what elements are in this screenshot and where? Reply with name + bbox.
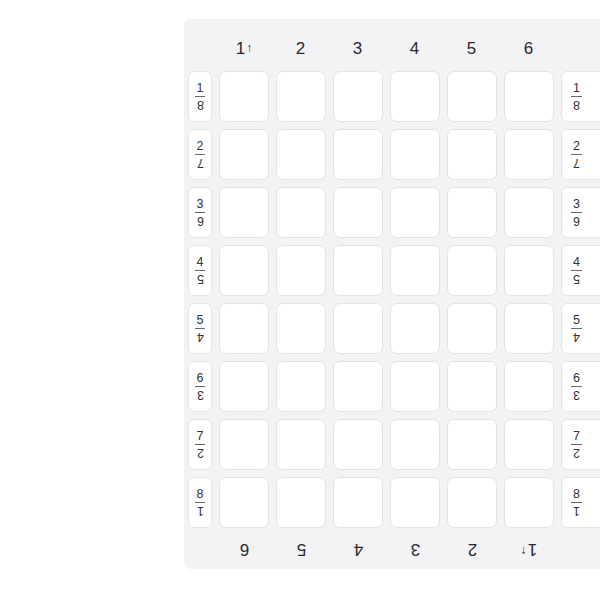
row-number-near: 1 — [571, 81, 582, 97]
row-number-near: 7 — [195, 429, 206, 445]
cell-r1-c4[interactable] — [390, 71, 440, 122]
cell-r6-c5[interactable] — [447, 361, 497, 412]
row-number-far-upside-down: 5 — [571, 272, 582, 286]
cell-r5-c2[interactable] — [276, 303, 326, 354]
column-header-bottom-5: 5 — [276, 535, 326, 565]
cell-r4-c1[interactable] — [219, 245, 269, 296]
cell-r8-c2[interactable] — [276, 477, 326, 528]
row-number-far-upside-down: 8 — [195, 98, 206, 112]
cell-r7-c3[interactable] — [333, 419, 383, 470]
row-label-fraction: 45 — [195, 255, 206, 287]
row-number-far-upside-down: 3 — [195, 388, 206, 402]
cell-r1-c1[interactable] — [219, 71, 269, 122]
row-label-right-8: 81 — [561, 477, 600, 528]
column-number: 5 — [297, 542, 306, 559]
row-label-fraction: 18 — [195, 81, 206, 113]
game-board: 1↑23456181827273636454554546363727281816… — [184, 19, 600, 569]
column-number: 1 — [528, 542, 537, 559]
cell-r6-c6[interactable] — [504, 361, 554, 412]
row-label-left-2: 27 — [188, 129, 212, 180]
cell-r4-c5[interactable] — [447, 245, 497, 296]
column-header-bottom-6: 6 — [219, 535, 269, 565]
row-number-far-upside-down: 1 — [195, 504, 206, 518]
column-number: 4 — [354, 542, 363, 559]
column-number: 4 — [410, 40, 419, 57]
column-header-2: 2 — [276, 19, 326, 64]
column-number: 3 — [353, 40, 362, 57]
row-number-near: 4 — [571, 255, 582, 271]
row-number-far-upside-down: 2 — [571, 446, 582, 460]
row-label-fraction: 45 — [571, 255, 582, 287]
column-header-bottom-1: 1↑ — [504, 535, 554, 565]
cell-r3-c2[interactable] — [276, 187, 326, 238]
row-label-left-8: 81 — [188, 477, 212, 528]
cell-r7-c5[interactable] — [447, 419, 497, 470]
row-number-near: 6 — [571, 371, 582, 387]
row-number-far-upside-down: 1 — [571, 504, 582, 518]
row-number-near: 2 — [195, 139, 206, 155]
cell-r6-c1[interactable] — [219, 361, 269, 412]
row-label-fraction: 81 — [195, 487, 206, 519]
column-number: 6 — [524, 40, 533, 57]
row-number-far-upside-down: 6 — [195, 214, 206, 228]
row-number-near: 6 — [195, 371, 206, 387]
cell-r6-c2[interactable] — [276, 361, 326, 412]
cell-r2-c1[interactable] — [219, 129, 269, 180]
row-label-right-2: 27 — [561, 129, 600, 180]
row-number-near: 8 — [571, 487, 582, 503]
column-number: 2 — [296, 40, 305, 57]
row-number-near: 7 — [571, 429, 582, 445]
cell-r6-c3[interactable] — [333, 361, 383, 412]
row-label-right-5: 54 — [561, 303, 600, 354]
row-label-fraction: 27 — [195, 139, 206, 171]
cell-r2-c4[interactable] — [390, 129, 440, 180]
column-header-5: 5 — [447, 19, 497, 64]
row-label-right-3: 36 — [561, 187, 600, 238]
column-header-4: 4 — [390, 19, 440, 64]
cell-r2-c2[interactable] — [276, 129, 326, 180]
column-number: 1 — [236, 40, 245, 57]
row-number-far-upside-down: 7 — [195, 156, 206, 170]
row-label-fraction: 72 — [195, 429, 206, 461]
cell-r3-c6[interactable] — [504, 187, 554, 238]
row-label-fraction: 54 — [195, 313, 206, 345]
cell-r7-c6[interactable] — [504, 419, 554, 470]
row-number-near: 2 — [571, 139, 582, 155]
row-number-near: 8 — [195, 487, 206, 503]
cell-r7-c2[interactable] — [276, 419, 326, 470]
cell-r1-c5[interactable] — [447, 71, 497, 122]
cell-r8-c5[interactable] — [447, 477, 497, 528]
row-label-fraction: 27 — [571, 139, 582, 171]
cell-r4-c6[interactable] — [504, 245, 554, 296]
column-header-6: 6 — [504, 19, 554, 64]
cell-r4-c2[interactable] — [276, 245, 326, 296]
column-header-1: 1↑ — [219, 19, 269, 64]
row-number-far-upside-down: 2 — [195, 446, 206, 460]
cell-r8-c1[interactable] — [219, 477, 269, 528]
cell-r5-c1[interactable] — [219, 303, 269, 354]
cell-r3-c3[interactable] — [333, 187, 383, 238]
cell-r8-c3[interactable] — [333, 477, 383, 528]
row-label-left-7: 72 — [188, 419, 212, 470]
page: 1↑23456181827273636454554546363727281816… — [0, 0, 600, 600]
cell-r3-c5[interactable] — [447, 187, 497, 238]
bottom-left-corner-spacer — [188, 535, 212, 565]
column-number: 5 — [467, 40, 476, 57]
row-label-left-5: 54 — [188, 303, 212, 354]
cell-r5-c6[interactable] — [504, 303, 554, 354]
cell-r2-c5[interactable] — [447, 129, 497, 180]
row-label-fraction: 36 — [571, 197, 582, 229]
row-label-left-6: 63 — [188, 361, 212, 412]
cell-r4-c3[interactable] — [333, 245, 383, 296]
row-number-near: 5 — [195, 313, 206, 329]
row-label-fraction: 54 — [571, 313, 582, 345]
cell-r1-c2[interactable] — [276, 71, 326, 122]
cell-r3-c1[interactable] — [219, 187, 269, 238]
row-number-near: 3 — [195, 197, 206, 213]
row-label-left-4: 45 — [188, 245, 212, 296]
row-label-right-4: 45 — [561, 245, 600, 296]
cell-r5-c5[interactable] — [447, 303, 497, 354]
cell-r1-c6[interactable] — [504, 71, 554, 122]
column-header-3: 3 — [333, 19, 383, 64]
row-number-near: 5 — [571, 313, 582, 329]
row-number-near: 4 — [195, 255, 206, 271]
cell-r4-c4[interactable] — [390, 245, 440, 296]
row-label-left-1: 18 — [188, 71, 212, 122]
cell-r1-c3[interactable] — [333, 71, 383, 122]
cell-r8-c6[interactable] — [504, 477, 554, 528]
row-label-fraction: 72 — [571, 429, 582, 461]
direction-up-arrow-icon: ↑ — [521, 545, 527, 557]
row-number-near: 1 — [195, 81, 206, 97]
bottom-right-corner-spacer — [561, 535, 600, 565]
row-number-near: 3 — [571, 197, 582, 213]
row-label-fraction: 81 — [571, 487, 582, 519]
row-number-far-upside-down: 4 — [571, 330, 582, 344]
cell-r5-c3[interactable] — [333, 303, 383, 354]
row-label-fraction: 63 — [571, 371, 582, 403]
cell-r7-c4[interactable] — [390, 419, 440, 470]
row-number-far-upside-down: 6 — [571, 214, 582, 228]
row-number-far-upside-down: 5 — [195, 272, 206, 286]
direction-up-arrow-icon: ↑ — [246, 42, 252, 54]
row-label-right-7: 72 — [561, 419, 600, 470]
row-label-fraction: 36 — [195, 197, 206, 229]
cell-r8-c4[interactable] — [390, 477, 440, 528]
row-number-far-upside-down: 8 — [571, 98, 582, 112]
row-number-far-upside-down: 3 — [571, 388, 582, 402]
row-number-far-upside-down: 4 — [195, 330, 206, 344]
row-label-left-3: 36 — [188, 187, 212, 238]
row-label-right-1: 18 — [561, 71, 600, 122]
cell-r6-c4[interactable] — [390, 361, 440, 412]
row-label-fraction: 18 — [571, 81, 582, 113]
column-number: 6 — [240, 542, 249, 559]
row-label-right-6: 63 — [561, 361, 600, 412]
row-number-far-upside-down: 7 — [571, 156, 582, 170]
column-number: 2 — [468, 542, 477, 559]
cell-r2-c6[interactable] — [504, 129, 554, 180]
column-header-bottom-2: 2 — [447, 535, 497, 565]
cell-r7-c1[interactable] — [219, 419, 269, 470]
column-header-bottom-3: 3 — [390, 535, 440, 565]
cell-r2-c3[interactable] — [333, 129, 383, 180]
column-number: 3 — [411, 542, 420, 559]
row-label-fraction: 63 — [195, 371, 206, 403]
board-grid: 1↑23456181827273636454554546363727281816… — [184, 19, 600, 565]
cell-r3-c4[interactable] — [390, 187, 440, 238]
cell-r5-c4[interactable] — [390, 303, 440, 354]
top-left-corner-spacer — [188, 19, 212, 64]
top-right-corner-spacer — [561, 19, 600, 64]
column-header-bottom-4: 4 — [333, 535, 383, 565]
